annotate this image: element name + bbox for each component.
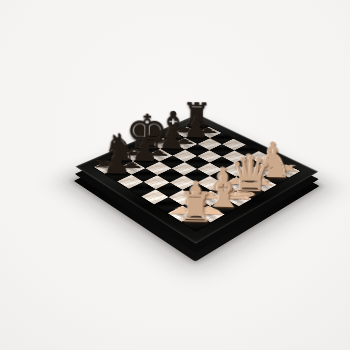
board-frame: ♜♟♟♜♞♟♟♞♝♟♟♝♛♟♟♛♚♟♟♚♝♟♟♝♞♟♟♞♜♟♟♜ [75,114,318,244]
scene: ♜♟♟♜♞♟♟♞♝♟♟♝♛♟♟♛♚♟♟♚♝♟♟♝♞♟♟♞♜♟♟♜ [0,0,350,350]
chess-set-photo: ♜♟♟♜♞♟♟♞♝♟♟♝♛♟♟♛♚♟♟♚♝♟♟♝♞♟♟♞♜♟♟♜ [0,0,350,350]
chess-board: ♜♟♟♜♞♟♟♞♝♟♟♝♛♟♟♛♚♟♟♚♝♟♟♝♞♟♟♞♜♟♟♜ [75,114,318,244]
board-square: ♜ [182,214,211,231]
